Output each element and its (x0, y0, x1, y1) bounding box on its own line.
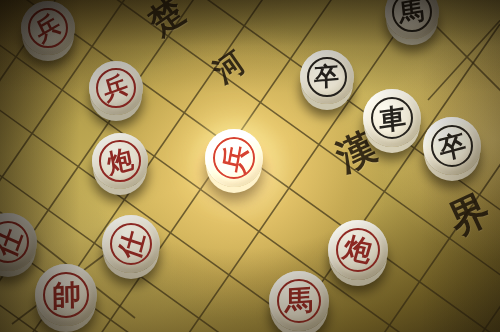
piece-character: 兵 (219, 141, 250, 174)
piece-red-cannon[interactable]: 炮 (328, 220, 388, 280)
piece-red-soldier[interactable]: 兵 (89, 61, 143, 115)
piece-character: 卒 (436, 129, 467, 163)
piece-engraved-ring: 馬 (392, 0, 432, 32)
piece-engraved-ring: 炮 (99, 140, 140, 181)
xiangqi-photo-scene: 楚河漢界 兵兵炮兵馬卒車卒仕仕帥炮馬 (0, 0, 500, 332)
piece-character: 炮 (105, 145, 135, 177)
piece-engraved-ring: 卒 (431, 125, 474, 168)
piece-black-soldier[interactable]: 卒 (300, 50, 354, 104)
piece-engraved-ring: 車 (371, 97, 414, 140)
piece-engraved-ring: 兵 (213, 137, 256, 180)
piece-character: 兵 (101, 72, 131, 105)
piece-red-cannon[interactable]: 炮 (92, 133, 148, 189)
piece-character: 馬 (398, 0, 425, 27)
piece-engraved-ring: 兵 (28, 8, 68, 48)
piece-engraved-ring: 馬 (277, 279, 321, 323)
piece-engraved-ring: 卒 (307, 57, 347, 97)
piece-character: 車 (378, 103, 407, 134)
piece-character: 炮 (340, 234, 375, 267)
piece-character: 馬 (285, 286, 313, 316)
piece-red-general[interactable]: 帥 (35, 264, 97, 326)
piece-black-chariot[interactable]: 車 (363, 89, 421, 147)
piece-engraved-ring: 帥 (43, 272, 89, 318)
piece-red-advisor[interactable]: 仕 (102, 215, 160, 273)
piece-engraved-ring: 兵 (96, 68, 136, 108)
piece-red-soldier[interactable]: 兵 (205, 129, 263, 187)
piece-character: 帥 (51, 279, 80, 311)
piece-engraved-ring: 仕 (0, 221, 29, 264)
piece-black-soldier[interactable]: 卒 (423, 117, 481, 175)
piece-character: 仕 (0, 224, 25, 260)
piece-character: 兵 (32, 10, 65, 45)
piece-character: 仕 (115, 227, 148, 262)
piece-red-soldier[interactable]: 兵 (21, 1, 75, 55)
piece-engraved-ring: 仕 (110, 223, 153, 266)
piece-red-horse[interactable]: 馬 (269, 271, 329, 331)
piece-engraved-ring: 炮 (336, 228, 380, 272)
piece-character: 卒 (314, 63, 339, 90)
